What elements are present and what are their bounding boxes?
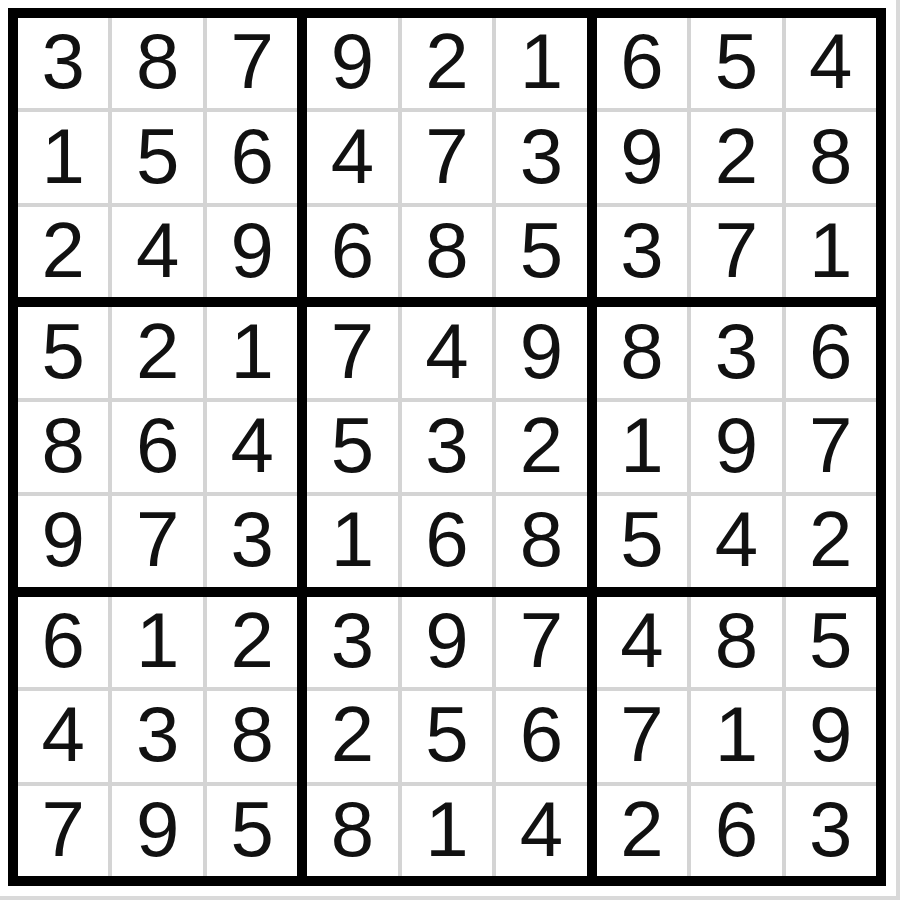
cell-r9c1[interactable]: 7 [18,786,108,876]
cell-r9c5[interactable]: 1 [402,786,492,876]
cell-r8c4[interactable]: 2 [307,691,397,781]
cell-r4c4[interactable]: 7 [307,307,397,397]
box-7: 612438795 [18,597,297,876]
cell-r8c2[interactable]: 3 [112,691,202,781]
cell-r2c9[interactable]: 8 [786,112,876,202]
cell-r5c4[interactable]: 5 [307,402,397,492]
cell-r2c8[interactable]: 2 [691,112,781,202]
cell-r3c3[interactable]: 9 [207,207,297,297]
cell-r3c4[interactable]: 6 [307,207,397,297]
cell-r4c3[interactable]: 1 [207,307,297,397]
cell-r8c7[interactable]: 7 [597,691,687,781]
box-4: 521864973 [18,307,297,586]
box-2: 921473685 [307,18,586,297]
cell-r5c5[interactable]: 3 [402,402,492,492]
cell-r8c6[interactable]: 6 [496,691,586,781]
cell-r4c2[interactable]: 2 [112,307,202,397]
cell-r1c9[interactable]: 4 [786,18,876,108]
box-1: 387156249 [18,18,297,297]
cell-r4c7[interactable]: 8 [597,307,687,397]
cell-r9c9[interactable]: 3 [786,786,876,876]
cell-r7c9[interactable]: 5 [786,597,876,687]
cell-r2c6[interactable]: 3 [496,112,586,202]
cell-r6c2[interactable]: 7 [112,496,202,586]
cell-r2c5[interactable]: 7 [402,112,492,202]
cell-r7c6[interactable]: 7 [496,597,586,687]
cell-r1c7[interactable]: 6 [597,18,687,108]
cell-r9c8[interactable]: 6 [691,786,781,876]
cell-r5c3[interactable]: 4 [207,402,297,492]
cell-r3c2[interactable]: 4 [112,207,202,297]
sudoku-board: 3871562499214736856549283715218649737495… [8,8,886,886]
cell-r9c4[interactable]: 8 [307,786,397,876]
cell-r4c5[interactable]: 4 [402,307,492,397]
cell-r2c7[interactable]: 9 [597,112,687,202]
box-3: 654928371 [597,18,876,297]
cell-r4c1[interactable]: 5 [18,307,108,397]
box-5: 749532168 [307,307,586,586]
cell-r5c8[interactable]: 9 [691,402,781,492]
cell-r7c1[interactable]: 6 [18,597,108,687]
cell-r3c5[interactable]: 8 [402,207,492,297]
cell-r7c3[interactable]: 2 [207,597,297,687]
cell-r6c4[interactable]: 1 [307,496,397,586]
cell-r8c3[interactable]: 8 [207,691,297,781]
cell-r9c3[interactable]: 5 [207,786,297,876]
cell-r7c7[interactable]: 4 [597,597,687,687]
cell-r6c8[interactable]: 4 [691,496,781,586]
cell-r1c8[interactable]: 5 [691,18,781,108]
cell-r6c9[interactable]: 2 [786,496,876,586]
cell-r4c8[interactable]: 3 [691,307,781,397]
cell-r2c4[interactable]: 4 [307,112,397,202]
cell-r1c2[interactable]: 8 [112,18,202,108]
cell-r3c1[interactable]: 2 [18,207,108,297]
cell-r2c1[interactable]: 1 [18,112,108,202]
cell-r6c5[interactable]: 6 [402,496,492,586]
cell-r8c1[interactable]: 4 [18,691,108,781]
cell-r8c5[interactable]: 5 [402,691,492,781]
cell-r3c7[interactable]: 3 [597,207,687,297]
cell-r6c1[interactable]: 9 [18,496,108,586]
cell-r5c7[interactable]: 1 [597,402,687,492]
cell-r1c6[interactable]: 1 [496,18,586,108]
cell-r3c9[interactable]: 1 [786,207,876,297]
cell-r9c2[interactable]: 9 [112,786,202,876]
cell-r6c3[interactable]: 3 [207,496,297,586]
box-6: 836197542 [597,307,876,586]
cell-r7c4[interactable]: 3 [307,597,397,687]
cell-r3c6[interactable]: 5 [496,207,586,297]
cell-r3c8[interactable]: 7 [691,207,781,297]
cell-r8c8[interactable]: 1 [691,691,781,781]
cell-r5c6[interactable]: 2 [496,402,586,492]
cell-r5c9[interactable]: 7 [786,402,876,492]
cell-r1c3[interactable]: 7 [207,18,297,108]
cell-r6c6[interactable]: 8 [496,496,586,586]
cell-r7c8[interactable]: 8 [691,597,781,687]
cell-r1c5[interactable]: 2 [402,18,492,108]
cell-r7c5[interactable]: 9 [402,597,492,687]
cell-r6c7[interactable]: 5 [597,496,687,586]
cell-r1c4[interactable]: 9 [307,18,397,108]
cell-r5c1[interactable]: 8 [18,402,108,492]
cell-r5c2[interactable]: 6 [112,402,202,492]
cell-r2c2[interactable]: 5 [112,112,202,202]
cell-r8c9[interactable]: 9 [786,691,876,781]
cell-r2c3[interactable]: 6 [207,112,297,202]
cell-r9c6[interactable]: 4 [496,786,586,876]
cell-r4c6[interactable]: 9 [496,307,586,397]
cell-r7c2[interactable]: 1 [112,597,202,687]
cell-r1c1[interactable]: 3 [18,18,108,108]
box-9: 485719263 [597,597,876,876]
cell-r4c9[interactable]: 6 [786,307,876,397]
cell-r9c7[interactable]: 2 [597,786,687,876]
page-background: 3871562499214736856549283715218649737495… [0,0,900,900]
box-8: 397256814 [307,597,586,876]
